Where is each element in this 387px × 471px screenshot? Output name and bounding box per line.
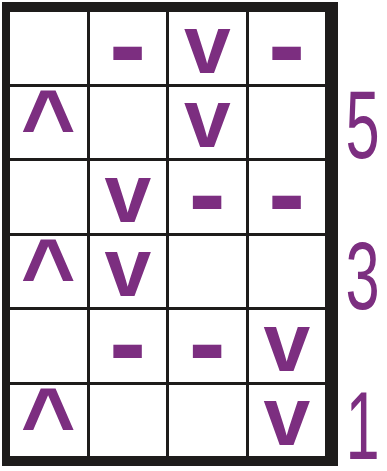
down-mark: v — [104, 236, 151, 308]
cell-r6c3[interactable] — [169, 385, 246, 457]
row-label-1: 1 — [347, 378, 378, 471]
dash-mark: - — [189, 310, 226, 382]
up-mark: ^ — [21, 87, 76, 159]
cell-r4c1[interactable]: ^ — [10, 236, 87, 308]
cell-r5c2[interactable]: - — [90, 310, 167, 382]
dash-mark: - — [268, 12, 305, 84]
cell-r1c3[interactable]: v — [169, 12, 246, 84]
cell-r3c3[interactable]: - — [169, 161, 246, 233]
cell-r4c3[interactable] — [169, 236, 246, 308]
cell-r5c4[interactable]: v — [249, 310, 326, 382]
row-label-5: 5 — [347, 77, 378, 173]
puzzle-board: -v-^vv--^v--v^v — [2, 2, 338, 466]
dash-mark: - — [109, 310, 146, 382]
dash-mark: - — [109, 12, 146, 84]
row-label-3: 3 — [347, 228, 378, 324]
cell-r1c1[interactable] — [10, 12, 87, 84]
down-mark: v — [184, 12, 231, 84]
row-coordinate-labels: 5 3 1 — [338, 0, 387, 471]
up-mark: ^ — [21, 385, 76, 457]
cell-r5c3[interactable]: - — [169, 310, 246, 382]
cell-r2c4[interactable] — [249, 87, 326, 159]
cell-r1c4[interactable]: - — [249, 12, 326, 84]
cell-r4c2[interactable]: v — [90, 236, 167, 308]
down-mark: v — [104, 161, 151, 233]
down-mark: v — [184, 87, 231, 159]
up-mark: ^ — [21, 236, 76, 308]
cell-r3c4[interactable]: - — [249, 161, 326, 233]
dash-mark: - — [189, 161, 226, 233]
cell-r1c2[interactable]: - — [90, 12, 167, 84]
cell-r6c1[interactable]: ^ — [10, 385, 87, 457]
cell-r6c4[interactable]: v — [249, 385, 326, 457]
puzzle-screenshot: -v-^vv--^v--v^v 5 3 1 — [0, 0, 387, 471]
cell-r4c4[interactable] — [249, 236, 326, 308]
cell-r5c1[interactable] — [10, 310, 87, 382]
cell-r6c2[interactable] — [90, 385, 167, 457]
cell-r2c1[interactable]: ^ — [10, 87, 87, 159]
cell-r2c3[interactable]: v — [169, 87, 246, 159]
cell-r3c1[interactable] — [10, 161, 87, 233]
down-mark: v — [263, 310, 310, 382]
puzzle-grid: -v-^vv--^v--v^v — [10, 12, 325, 456]
down-mark: v — [263, 385, 310, 457]
cell-r3c2[interactable]: v — [90, 161, 167, 233]
cell-r2c2[interactable] — [90, 87, 167, 159]
dash-mark: - — [268, 161, 305, 233]
